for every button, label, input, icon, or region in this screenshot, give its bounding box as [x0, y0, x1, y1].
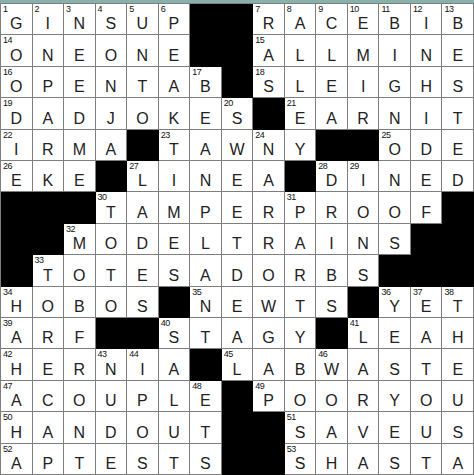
clue-number: 14 — [3, 35, 12, 45]
grid-cell[interactable]: 45L — [222, 349, 254, 380]
cell-letter: N — [190, 297, 221, 316]
grid-cell[interactable]: T — [222, 224, 254, 255]
grid-cell[interactable]: O — [253, 255, 285, 286]
grid-cell[interactable]: 17B — [190, 67, 222, 98]
grid-cell[interactable]: E — [379, 318, 411, 349]
cell-letter: F — [64, 328, 95, 347]
grid-cell[interactable]: P — [127, 381, 159, 412]
grid-cell[interactable]: T — [285, 287, 317, 318]
grid-cell[interactable]: R — [348, 381, 380, 412]
grid-cell[interactable]: 36Y — [379, 287, 411, 318]
grid-cell[interactable]: P — [190, 192, 222, 223]
cell-letter: Y — [285, 328, 316, 347]
clue-number: 39 — [3, 318, 12, 328]
cell-letter: O — [127, 423, 158, 442]
grid-cell[interactable]: 51S — [285, 412, 317, 443]
cell-letter: M — [159, 203, 190, 222]
black-square — [379, 255, 411, 286]
cell-letter: N — [64, 14, 95, 33]
grid-cell[interactable]: 25O — [379, 130, 411, 161]
cell-letter: L — [285, 77, 316, 96]
cell-letter: E — [442, 360, 473, 379]
cell-letter: S — [159, 266, 190, 285]
black-square — [1, 192, 33, 223]
black-square — [222, 35, 254, 66]
cell-letter: E — [222, 171, 253, 190]
grid-cell[interactable]: E — [64, 67, 96, 98]
grid-cell[interactable]: E — [222, 161, 254, 192]
grid-cell[interactable]: E — [411, 161, 443, 192]
cell-letter: O — [348, 203, 379, 222]
cell-letter: E — [96, 454, 127, 473]
grid-cell[interactable]: 7R — [253, 4, 285, 35]
grid-cell[interactable]: R — [253, 224, 285, 255]
grid-cell[interactable]: 47A — [1, 381, 33, 412]
grid-cell[interactable]: U — [442, 381, 474, 412]
grid-cell[interactable]: 2I — [33, 4, 65, 35]
cell-letter: K — [33, 171, 64, 190]
grid-cell[interactable]: 12I — [411, 4, 443, 35]
cell-letter: I — [127, 360, 158, 379]
grid-cell[interactable]: 41L — [348, 318, 380, 349]
grid-cell[interactable]: A — [442, 444, 474, 475]
grid-cell[interactable]: T — [64, 444, 96, 475]
grid-cell[interactable]: 10E — [348, 4, 380, 35]
cell-letter: O — [96, 297, 127, 316]
grid-cell[interactable]: S — [159, 255, 191, 286]
grid-cell[interactable]: D — [442, 161, 474, 192]
grid-cell[interactable]: 6P — [159, 4, 191, 35]
clue-number: 48 — [192, 381, 201, 391]
grid-cell[interactable]: 33T — [33, 255, 65, 286]
grid-cell[interactable]: 18S — [253, 67, 285, 98]
grid-cell[interactable]: I — [411, 98, 443, 129]
cell-letter: E — [190, 391, 221, 410]
cell-letter: I — [411, 14, 442, 33]
grid-cell[interactable]: U — [96, 381, 128, 412]
grid-cell[interactable]: A — [348, 444, 380, 475]
grid-cell[interactable]: A — [316, 412, 348, 443]
cell-letter: V — [348, 423, 379, 442]
grid-cell[interactable]: 26E — [1, 161, 33, 192]
black-square — [253, 98, 285, 129]
grid-cell[interactable]: L — [159, 381, 191, 412]
cell-letter: O — [316, 391, 347, 410]
grid-cell[interactable]: 32M — [64, 224, 96, 255]
grid-cell[interactable]: 27L — [127, 161, 159, 192]
cell-letter: K — [159, 109, 190, 128]
grid-cell[interactable]: N — [190, 161, 222, 192]
cell-letter: U — [127, 14, 158, 33]
grid-cell[interactable]: 5U — [127, 4, 159, 35]
grid-cell[interactable]: 28D — [316, 161, 348, 192]
grid-cell[interactable]: E — [442, 35, 474, 66]
grid-cell[interactable]: Y — [379, 381, 411, 412]
grid-cell[interactable]: K — [159, 98, 191, 129]
cell-letter: U — [96, 391, 127, 410]
grid-cell[interactable]: E — [33, 349, 65, 380]
grid-cell[interactable]: I — [316, 224, 348, 255]
grid-cell[interactable]: R — [33, 130, 65, 161]
cell-letter: I — [316, 234, 347, 253]
grid-cell[interactable]: A — [127, 192, 159, 223]
cell-letter: T — [33, 266, 64, 285]
grid-cell[interactable]: E — [159, 35, 191, 66]
grid-cell[interactable]: M — [159, 192, 191, 223]
grid-cell[interactable]: E — [190, 98, 222, 129]
grid-cell[interactable]: S — [348, 255, 380, 286]
grid-cell[interactable]: E — [64, 35, 96, 66]
grid-cell[interactable]: A — [159, 67, 191, 98]
cell-letter: P — [253, 391, 284, 410]
grid-cell[interactable]: O — [96, 35, 128, 66]
grid-cell[interactable]: 29I — [348, 161, 380, 192]
grid-cell[interactable]: E — [442, 349, 474, 380]
cell-letter: A — [348, 454, 379, 473]
grid-cell[interactable]: D — [96, 412, 128, 443]
cell-letter: N — [96, 77, 127, 96]
cell-letter: S — [285, 454, 316, 473]
grid-cell[interactable]: D — [222, 255, 254, 286]
cell-letter: T — [159, 454, 190, 473]
grid-cell[interactable]: D — [411, 130, 443, 161]
cell-letter: D — [1, 109, 32, 128]
cell-letter: E — [379, 423, 410, 442]
grid-cell[interactable]: 53S — [285, 444, 317, 475]
cell-letter: I — [348, 171, 379, 190]
grid-cell[interactable]: 35N — [190, 287, 222, 318]
grid-cell[interactable]: F — [64, 318, 96, 349]
grid-cell[interactable]: N — [96, 67, 128, 98]
grid-cell[interactable]: O — [127, 98, 159, 129]
grid-cell[interactable]: K — [33, 161, 65, 192]
cell-letter: S — [127, 454, 158, 473]
cell-letter: T — [411, 454, 442, 473]
cell-letter: W — [253, 297, 284, 316]
grid-cell[interactable]: E — [379, 412, 411, 443]
grid-cell[interactable]: A — [33, 98, 65, 129]
cell-letter: T — [190, 423, 221, 442]
grid-cell[interactable]: 44I — [127, 349, 159, 380]
grid-cell[interactable]: T — [190, 318, 222, 349]
cell-letter: D — [411, 140, 442, 159]
cell-letter: R — [285, 266, 316, 285]
grid-cell[interactable]: A — [222, 318, 254, 349]
grid-cell[interactable]: O — [348, 192, 380, 223]
cell-letter: H — [316, 454, 347, 473]
grid-cell[interactable]: N — [348, 224, 380, 255]
grid-cell[interactable]: S — [379, 444, 411, 475]
grid-cell[interactable]: 13B — [442, 4, 474, 35]
grid-cell[interactable]: D — [64, 98, 96, 129]
grid-cell[interactable]: A — [159, 349, 191, 380]
grid-cell[interactable]: I — [379, 35, 411, 66]
grid-cell[interactable]: G — [379, 67, 411, 98]
cell-letter: W — [222, 140, 253, 159]
grid-cell[interactable]: E — [127, 255, 159, 286]
grid-cell[interactable]: 20S — [222, 98, 254, 129]
grid-cell[interactable]: B — [285, 349, 317, 380]
grid-cell[interactable]: 46W — [316, 349, 348, 380]
cell-letter: S — [285, 423, 316, 442]
cell-letter: E — [442, 140, 473, 159]
cell-letter: B — [285, 360, 316, 379]
cell-letter: C — [316, 14, 347, 33]
grid-cell[interactable]: N — [64, 412, 96, 443]
grid-cell[interactable]: A — [33, 412, 65, 443]
grid-cell[interactable]: B — [316, 255, 348, 286]
grid-cell[interactable]: O — [316, 381, 348, 412]
black-square — [253, 412, 285, 443]
grid-cell[interactable]: L — [316, 35, 348, 66]
cell-letter: N — [379, 109, 410, 128]
grid-cell[interactable]: 49P — [253, 381, 285, 412]
black-square — [64, 192, 96, 223]
grid-cell[interactable]: T — [190, 412, 222, 443]
grid-cell[interactable]: G — [253, 318, 285, 349]
cell-letter: E — [64, 77, 95, 96]
cell-letter: O — [1, 46, 32, 65]
grid-cell[interactable]: S — [127, 287, 159, 318]
grid-cell[interactable]: O — [127, 412, 159, 443]
clue-number: 37 — [413, 287, 422, 297]
clue-number: 11 — [381, 4, 389, 14]
grid-cell[interactable]: T — [442, 98, 474, 129]
cell-letter: T — [190, 328, 221, 347]
cell-letter: U — [411, 423, 442, 442]
cell-letter: P — [127, 391, 158, 410]
cell-letter: A — [316, 109, 347, 128]
grid-cell[interactable]: O — [285, 381, 317, 412]
cell-letter: S — [96, 14, 127, 33]
black-square — [222, 381, 254, 412]
grid-cell[interactable]: 8A — [285, 4, 317, 35]
grid-cell[interactable]: 48E — [190, 381, 222, 412]
cell-letter: G — [253, 328, 284, 347]
clue-number: 5 — [129, 4, 134, 14]
clue-number: 40 — [161, 318, 170, 328]
grid-cell[interactable]: I — [348, 67, 380, 98]
grid-cell[interactable]: E — [442, 130, 474, 161]
cell-letter: H — [1, 360, 32, 379]
grid-cell[interactable]: O — [96, 287, 128, 318]
grid-cell[interactable]: W — [222, 130, 254, 161]
clue-number: 12 — [413, 4, 422, 14]
grid-cell[interactable]: F — [411, 192, 443, 223]
grid-cell[interactable]: 37E — [411, 287, 443, 318]
grid-cell[interactable]: A — [190, 130, 222, 161]
cell-letter: O — [96, 234, 127, 253]
cell-letter: E — [64, 46, 95, 65]
grid-cell[interactable]: A — [316, 98, 348, 129]
grid-cell[interactable]: 15A — [253, 35, 285, 66]
grid-cell[interactable]: R — [33, 318, 65, 349]
grid-cell[interactable]: B — [64, 287, 96, 318]
grid-cell[interactable]: 4S — [96, 4, 128, 35]
grid-cell[interactable]: L — [285, 67, 317, 98]
grid-cell[interactable]: R — [64, 349, 96, 380]
grid-cell[interactable]: E — [222, 287, 254, 318]
grid-cell[interactable]: N — [379, 161, 411, 192]
cell-letter: P — [33, 454, 64, 473]
grid-cell[interactable]: Y — [285, 318, 317, 349]
grid-cell[interactable]: S — [379, 224, 411, 255]
clue-number: 44 — [129, 349, 138, 359]
cell-letter: S — [442, 423, 473, 442]
grid-cell[interactable]: O — [33, 287, 65, 318]
grid-cell[interactable]: A — [190, 255, 222, 286]
grid-cell[interactable]: R — [253, 192, 285, 223]
grid-cell[interactable]: 30T — [96, 192, 128, 223]
cell-letter: R — [33, 328, 64, 347]
grid-cell[interactable]: P — [33, 444, 65, 475]
grid-cell[interactable]: 50H — [1, 412, 33, 443]
grid-cell[interactable]: N — [33, 35, 65, 66]
grid-cell[interactable]: P — [33, 67, 65, 98]
grid-cell[interactable]: A — [285, 224, 317, 255]
cell-letter: D — [222, 266, 253, 285]
grid-cell[interactable]: T — [127, 67, 159, 98]
grid-cell[interactable]: 38T — [442, 287, 474, 318]
grid-cell[interactable]: 3N — [64, 4, 96, 35]
grid-cell[interactable]: A — [253, 349, 285, 380]
cell-letter: L — [190, 234, 221, 253]
grid-cell[interactable]: L — [190, 224, 222, 255]
grid-cell[interactable]: Y — [285, 130, 317, 161]
grid-cell[interactable]: J — [96, 98, 128, 129]
cell-letter: I — [411, 109, 442, 128]
grid-cell[interactable]: S — [127, 444, 159, 475]
clue-number: 34 — [3, 287, 12, 297]
grid-cell[interactable]: T — [411, 349, 443, 380]
grid-cell[interactable]: 34H — [1, 287, 33, 318]
grid-cell[interactable]: E — [64, 161, 96, 192]
grid-cell[interactable]: H — [411, 67, 443, 98]
grid-cell[interactable]: O — [64, 381, 96, 412]
grid-cell[interactable]: T — [159, 444, 191, 475]
cell-letter: L — [222, 360, 253, 379]
grid-cell[interactable]: E — [96, 444, 128, 475]
cell-letter: E — [442, 46, 473, 65]
grid-cell[interactable]: 23T — [159, 130, 191, 161]
grid-cell[interactable]: L — [285, 35, 317, 66]
grid-cell[interactable]: 11B — [379, 4, 411, 35]
grid-cell[interactable]: 22I — [1, 130, 33, 161]
grid-cell[interactable]: E — [316, 67, 348, 98]
cell-letter: O — [411, 391, 442, 410]
grid-cell[interactable]: 24N — [253, 130, 285, 161]
clue-number: 17 — [192, 67, 201, 77]
grid-cell[interactable]: A — [96, 130, 128, 161]
grid-cell[interactable]: N — [127, 35, 159, 66]
grid-cell[interactable]: U — [411, 412, 443, 443]
grid-cell[interactable]: 16O — [1, 67, 33, 98]
grid-cell[interactable]: 40S — [159, 318, 191, 349]
black-square — [96, 161, 128, 192]
grid-cell[interactable]: C — [33, 381, 65, 412]
grid-cell[interactable]: V — [348, 412, 380, 443]
grid-cell[interactable]: 39A — [1, 318, 33, 349]
cell-letter: E — [379, 328, 410, 347]
grid-cell[interactable]: 1G — [1, 4, 33, 35]
grid-cell[interactable]: M — [348, 35, 380, 66]
grid-cell[interactable]: 19D — [1, 98, 33, 129]
crossword-grid: 1G2I3N4S5U6P7R8A9C10E11B12I13B14ONEONE15… — [0, 3, 474, 475]
grid-cell[interactable]: S — [190, 444, 222, 475]
grid-cell[interactable]: 31P — [285, 192, 317, 223]
cell-letter: S — [159, 328, 190, 347]
cell-letter: E — [348, 14, 379, 33]
grid-cell[interactable]: R — [316, 192, 348, 223]
black-square — [190, 4, 222, 35]
grid-cell[interactable]: 42H — [1, 349, 33, 380]
grid-cell[interactable]: U — [159, 412, 191, 443]
grid-cell[interactable]: T — [411, 444, 443, 475]
cell-letter: H — [411, 77, 442, 96]
grid-cell[interactable]: E — [159, 224, 191, 255]
cell-letter: B — [190, 77, 221, 96]
cell-letter: E — [127, 266, 158, 285]
grid-cell[interactable]: S — [442, 412, 474, 443]
grid-cell[interactable]: D — [127, 224, 159, 255]
grid-cell[interactable]: O — [411, 381, 443, 412]
cell-letter: D — [96, 423, 127, 442]
grid-cell[interactable]: 14O — [1, 35, 33, 66]
clue-number: 41 — [350, 318, 359, 328]
grid-cell[interactable]: H — [442, 318, 474, 349]
cell-letter: C — [33, 391, 64, 410]
grid-cell[interactable]: O — [96, 224, 128, 255]
grid-cell[interactable]: E — [222, 192, 254, 223]
grid-cell[interactable]: S — [442, 67, 474, 98]
grid-cell[interactable]: S — [316, 287, 348, 318]
grid-cell[interactable]: R — [348, 98, 380, 129]
grid-cell[interactable]: A — [253, 161, 285, 192]
grid-cell[interactable]: 9C — [316, 4, 348, 35]
cell-letter: T — [127, 77, 158, 96]
grid-cell[interactable]: S — [379, 349, 411, 380]
cell-letter: A — [1, 328, 32, 347]
cell-letter: R — [64, 360, 95, 379]
grid-cell[interactable]: 43N — [96, 349, 128, 380]
grid-cell[interactable]: 52A — [1, 444, 33, 475]
cell-letter: E — [222, 297, 253, 316]
cell-letter: Y — [379, 391, 410, 410]
cell-letter: T — [96, 203, 127, 222]
grid-cell[interactable]: A — [411, 318, 443, 349]
cell-letter: A — [222, 328, 253, 347]
clue-number: 28 — [318, 161, 327, 171]
grid-cell[interactable]: O — [379, 192, 411, 223]
grid-cell[interactable]: M — [64, 130, 96, 161]
grid-cell[interactable]: W — [253, 287, 285, 318]
grid-cell[interactable]: R — [285, 255, 317, 286]
clue-number: 13 — [444, 4, 453, 14]
cell-letter: O — [96, 46, 127, 65]
cell-letter: B — [379, 14, 410, 33]
clue-number: 22 — [3, 130, 12, 140]
grid-cell[interactable]: 21E — [285, 98, 317, 129]
grid-cell[interactable]: A — [348, 349, 380, 380]
grid-cell[interactable]: N — [411, 35, 443, 66]
grid-cell[interactable]: N — [379, 98, 411, 129]
grid-cell[interactable]: H — [316, 444, 348, 475]
cell-letter: N — [127, 46, 158, 65]
grid-cell[interactable]: I — [159, 161, 191, 192]
cell-letter: E — [411, 171, 442, 190]
grid-cell[interactable]: O — [64, 255, 96, 286]
grid-cell[interactable]: T — [96, 255, 128, 286]
